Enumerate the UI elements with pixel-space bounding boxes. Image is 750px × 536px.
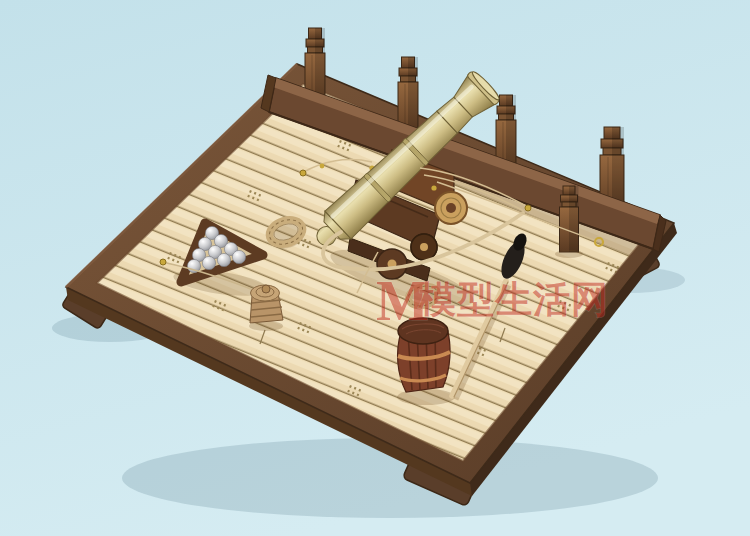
brass-hook xyxy=(300,170,306,176)
scene-svg: M 模型生活网 xyxy=(0,0,750,536)
photo-canvas: M 模型生活网 xyxy=(0,0,750,536)
watermark-text: 模型生活网 xyxy=(418,278,609,321)
brass-hook xyxy=(525,205,531,211)
